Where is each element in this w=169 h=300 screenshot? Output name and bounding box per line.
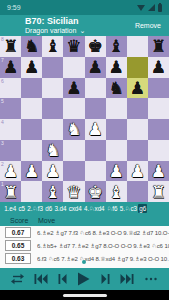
rank-label-1: 1 — [1, 181, 4, 187]
square-f5[interactable] — [106, 98, 127, 119]
white-pawn-piece[interactable]: ♟ — [87, 119, 102, 139]
move-token[interactable]: c5 — [17, 204, 26, 213]
app-bar: B70: Sicilian Dragon variation ⌄ Remove — [0, 15, 169, 36]
square-c8[interactable]: ♝ — [42, 36, 63, 57]
black-pawn-piece[interactable]: ♟ — [87, 57, 102, 77]
move-token[interactable]: 2.♘f3 — [26, 204, 44, 213]
status-icons — [137, 4, 162, 12]
square-f2[interactable]: ♟ — [106, 161, 127, 182]
square-d6[interactable]: ♟ — [63, 78, 84, 99]
black-rook-piece[interactable]: ♜ — [3, 36, 18, 56]
square-h3[interactable] — [148, 140, 169, 161]
go-next-button[interactable] — [100, 273, 110, 285]
home-indicator[interactable] — [63, 294, 107, 297]
move-column-header: Move — [34, 217, 55, 224]
flip-board-button[interactable] — [11, 273, 24, 285]
flip-icon — [11, 273, 24, 285]
square-a1[interactable]: 1♜ — [0, 181, 21, 202]
rank-label-4: 4 — [1, 119, 4, 125]
square-e3[interactable] — [85, 140, 106, 161]
move-token[interactable]: 4.♘xd4 — [83, 204, 106, 213]
white-pawn-piece[interactable]: ♟ — [109, 161, 124, 181]
square-f6[interactable]: ♞ — [106, 78, 127, 99]
square-a5[interactable]: 5 — [0, 98, 21, 119]
white-pawn-piece[interactable]: ♟ — [24, 161, 39, 181]
white-pawn-piece[interactable]: ♟ — [45, 161, 60, 181]
square-g5[interactable] — [127, 98, 148, 119]
white-pawn-piece[interactable]: ♟ — [130, 161, 145, 181]
square-h2[interactable]: ♟ — [148, 161, 169, 182]
white-pawn-piece[interactable]: ♟ — [151, 161, 166, 181]
square-h5[interactable] — [148, 98, 169, 119]
square-e8[interactable]: ♚ — [85, 36, 106, 57]
chess-openings-app: 9:59 B70: Sicilian Dragon variation ⌄ Re… — [0, 0, 169, 300]
black-queen-piece[interactable]: ♛ — [66, 36, 81, 56]
square-a7[interactable]: 7♟ — [0, 57, 21, 78]
rank-label-8: 8 — [1, 36, 4, 42]
go-previous-button[interactable] — [58, 273, 68, 285]
square-g6[interactable]: ♟ — [127, 78, 148, 99]
variation-selector[interactable]: Dragon variation ⌄ — [25, 27, 85, 35]
playback-toolbar — [0, 268, 169, 290]
square-c5[interactable] — [42, 98, 63, 119]
black-pawn-piece[interactable]: ♟ — [151, 57, 166, 77]
opening-title-block[interactable]: B70: Sicilian Dragon variation ⌄ — [25, 16, 85, 34]
move-token[interactable]: 5.♘c3 — [119, 204, 138, 213]
black-knight-piece[interactable]: ♞ — [109, 78, 124, 98]
white-bishop-piece[interactable]: ♝ — [45, 182, 60, 202]
go-last-button[interactable] — [120, 273, 134, 285]
more-options-button[interactable] — [144, 273, 158, 285]
white-pawn-piece[interactable]: ♟ — [3, 161, 18, 181]
analysis-rows: 0.676.♗e2 ♗g7 7.f3 ♘c6 8.♗e3 O-O 9.♕d2 ♗… — [0, 226, 169, 268]
square-a8[interactable]: 8♜ — [0, 36, 21, 57]
square-d7[interactable] — [63, 57, 84, 78]
move-token[interactable]: 3.d4 — [53, 204, 67, 213]
square-a4[interactable]: 4 — [0, 119, 21, 140]
square-f3[interactable] — [106, 140, 127, 161]
play-icon — [77, 272, 90, 286]
black-pawn-piece[interactable]: ♟ — [24, 57, 39, 77]
opening-code-title: B70: Sicilian — [25, 16, 85, 26]
rank-label-3: 3 — [1, 140, 4, 146]
square-b3[interactable] — [21, 140, 42, 161]
square-c3[interactable]: ♞ — [42, 140, 63, 161]
square-a2[interactable]: 2♟ — [0, 161, 21, 182]
go-first-button[interactable] — [34, 273, 48, 285]
square-g4[interactable] — [127, 119, 148, 140]
move-token[interactable]: d6 — [44, 204, 53, 213]
square-d4[interactable]: ♞ — [63, 119, 84, 140]
rank-label-7: 7 — [1, 57, 4, 63]
square-e4[interactable]: ♟ — [85, 119, 106, 140]
score-badge: 0.67 — [5, 227, 31, 238]
square-c1[interactable]: ♝ — [42, 181, 63, 202]
square-f4[interactable] — [106, 119, 127, 140]
square-b1[interactable] — [21, 181, 42, 202]
black-bishop-piece[interactable]: ♝ — [109, 36, 124, 56]
square-g3[interactable] — [127, 140, 148, 161]
rank-label-2: 2 — [1, 161, 4, 167]
square-e2[interactable] — [85, 161, 106, 182]
black-bishop-piece[interactable]: ♝ — [45, 36, 60, 56]
square-f8[interactable]: ♝ — [106, 36, 127, 57]
square-f1[interactable]: ♝ — [106, 181, 127, 202]
square-h1[interactable]: ♜ — [148, 181, 169, 202]
rank-label-5: 5 — [1, 98, 4, 104]
black-pawn-piece[interactable]: ♟ — [109, 57, 124, 77]
square-g1[interactable] — [127, 181, 148, 202]
square-h8[interactable]: ♜ — [148, 36, 169, 57]
square-e7[interactable]: ♟ — [85, 57, 106, 78]
engine-line[interactable]: 6.♗e2 ♗g7 7.f3 ♘c6 8.♗e3 O-O 9.♕d2 ♗d7 1… — [37, 229, 169, 236]
wifi-icon — [137, 5, 145, 11]
rank-label-6: 6 — [1, 78, 4, 84]
square-a3[interactable]: 3 — [0, 140, 21, 161]
move-line[interactable]: 1.e4c52.♘f3d63.d4cxd44.♘xd4♘f65.♘c3g6 — [0, 202, 169, 215]
move-token[interactable]: ♘f6 — [106, 204, 119, 213]
black-knight-piece[interactable]: ♞ — [24, 36, 39, 56]
engine-line[interactable]: 6.♗b5+ ♗d7 7.♗e2 ♗g7 8.O-O O-O 9.♗e3 ♘c6… — [37, 242, 169, 249]
step-forward-icon — [100, 273, 110, 285]
black-king-piece[interactable]: ♚ — [87, 36, 102, 56]
square-b5[interactable] — [21, 98, 42, 119]
chevron-down-icon: ⌄ — [79, 27, 85, 35]
square-b6[interactable] — [21, 78, 42, 99]
system-nav-bar — [0, 290, 169, 300]
white-bishop-piece[interactable]: ♝ — [109, 182, 124, 202]
step-back-icon — [58, 273, 68, 285]
status-bar: 9:59 — [0, 0, 169, 15]
square-h7[interactable]: ♟ — [148, 57, 169, 78]
white-rook-piece[interactable]: ♜ — [3, 182, 18, 202]
square-h6[interactable] — [148, 78, 169, 99]
move-token[interactable]: g6 — [138, 204, 147, 213]
square-g7[interactable] — [127, 57, 148, 78]
white-rook-piece[interactable]: ♜ — [151, 182, 166, 202]
score-column-header: Score — [0, 217, 34, 224]
remove-button[interactable]: Remove — [135, 22, 161, 29]
white-queen-piece[interactable]: ♛ — [66, 182, 81, 202]
square-e1[interactable]: ♚ — [85, 181, 106, 202]
signal-icon — [148, 4, 155, 11]
black-pawn-piece[interactable]: ♟ — [130, 78, 145, 98]
white-knight-piece[interactable]: ♞ — [66, 119, 81, 139]
play-button[interactable] — [77, 272, 90, 286]
battery-icon — [158, 4, 162, 12]
black-rook-piece[interactable]: ♜ — [151, 36, 166, 56]
ellipsis-icon — [144, 273, 158, 285]
analysis-table-header: Score Move — [0, 215, 169, 226]
score-badge: 0.65 — [5, 240, 31, 251]
analysis-row[interactable]: 0.676.♗e2 ♗g7 7.f3 ♘c6 8.♗e3 O-O 9.♕d2 ♗… — [0, 226, 169, 239]
square-b8[interactable]: ♞ — [21, 36, 42, 57]
square-g2[interactable]: ♟ — [127, 161, 148, 182]
white-king-piece[interactable]: ♚ — [87, 182, 102, 202]
square-e5[interactable] — [85, 98, 106, 119]
square-d2[interactable] — [63, 161, 84, 182]
square-b2[interactable]: ♟ — [21, 161, 42, 182]
black-pawn-piece[interactable]: ♟ — [3, 57, 18, 77]
square-d3[interactable] — [63, 140, 84, 161]
score-badge: 0.63 — [5, 253, 31, 264]
engine-line[interactable]: 6.f3 ♘c6 7.♗e2 ♘xd4 8.♕xd4 ♗g7 9.♗e3 O-O… — [37, 255, 169, 262]
white-knight-piece[interactable]: ♞ — [45, 140, 60, 160]
square-e6[interactable] — [85, 78, 106, 99]
analysis-row[interactable]: 0.656.♗b5+ ♗d7 7.♗e2 ♗g7 8.O-O O-O 9.♗e3… — [0, 239, 169, 252]
square-d8[interactable]: ♛ — [63, 36, 84, 57]
clock-time: 9:59 — [7, 4, 21, 11]
square-c7[interactable] — [42, 57, 63, 78]
square-b4[interactable] — [21, 119, 42, 140]
square-c4[interactable] — [42, 119, 63, 140]
square-d1[interactable]: ♛ — [63, 181, 84, 202]
square-b7[interactable]: ♟ — [21, 57, 42, 78]
skip-to-end-icon — [120, 273, 134, 285]
engine-indicator-dot — [82, 260, 86, 264]
square-a6[interactable]: 6 — [0, 78, 21, 99]
move-token[interactable]: 1.e4 — [3, 204, 17, 213]
chess-board[interactable]: 8♜♞♝♛♚♝♜7♟♟♟♟♟6♟♞♟54♞♟3♞2♟♟♟♟♟♟1♜♝♛♚♝♜ — [0, 36, 169, 202]
skip-to-start-icon — [34, 273, 48, 285]
square-h4[interactable] — [148, 119, 169, 140]
square-c2[interactable]: ♟ — [42, 161, 63, 182]
square-f7[interactable]: ♟ — [106, 57, 127, 78]
variation-label: Dragon variation — [25, 27, 76, 35]
square-g8[interactable] — [127, 36, 148, 57]
square-c6[interactable] — [42, 78, 63, 99]
black-pawn-piece[interactable]: ♟ — [66, 78, 81, 98]
square-d5[interactable] — [63, 98, 84, 119]
move-token[interactable]: cxd4 — [68, 204, 83, 213]
